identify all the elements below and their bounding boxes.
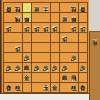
shogi-piece[interactable]: 歩 bbox=[33, 26, 39, 33]
board-cell[interactable] bbox=[13, 23, 22, 32]
board-cell[interactable]: 桂 bbox=[69, 3, 78, 12]
board-cell[interactable] bbox=[32, 83, 41, 92]
board-cell[interactable]: 王 bbox=[41, 3, 50, 12]
table-background bbox=[0, 94, 89, 100]
board-cell[interactable] bbox=[51, 3, 60, 12]
board-grid[interactable]: 香桂金王桂香飛銀金銀歩歩歩歩歩歩歩歩歩歩歩歩歩銀歩歩歩歩歩金銀飛香桂玉金桂香 bbox=[3, 2, 88, 93]
shogi-piece[interactable]: 歩 bbox=[71, 55, 77, 62]
shogi-piece[interactable]: 桂 bbox=[15, 85, 21, 92]
shogi-piece[interactable]: 歩 bbox=[52, 65, 58, 72]
board-cell[interactable]: 歩 bbox=[41, 23, 50, 32]
board-cell[interactable] bbox=[79, 43, 88, 52]
shogi-piece[interactable]: 王 bbox=[43, 6, 49, 13]
shogi-piece[interactable]: 歩 bbox=[15, 46, 21, 53]
board-cell[interactable]: 歩 bbox=[32, 63, 41, 72]
shogi-piece[interactable]: 歩 bbox=[61, 36, 67, 43]
board-cell[interactable]: 歩 bbox=[79, 63, 88, 72]
board-cell[interactable]: 歩 bbox=[69, 53, 78, 62]
board-cell[interactable] bbox=[23, 43, 32, 52]
board-cell[interactable] bbox=[32, 33, 41, 42]
board-cell[interactable]: 桂 bbox=[13, 3, 22, 12]
board-cell[interactable] bbox=[60, 53, 69, 62]
shogi-piece[interactable]: 銀 bbox=[61, 75, 67, 82]
board-cell[interactable] bbox=[23, 33, 32, 42]
shogi-piece[interactable]: 銀 bbox=[24, 16, 30, 23]
board-cell[interactable] bbox=[4, 33, 13, 42]
board-cell[interactable]: 銀 bbox=[69, 13, 78, 22]
board-cell[interactable]: 歩 bbox=[4, 23, 13, 32]
board-cell[interactable] bbox=[69, 33, 78, 42]
board-cell[interactable] bbox=[51, 13, 60, 22]
board-cell[interactable]: 金 bbox=[23, 73, 32, 82]
shogi-piece[interactable]: 桂 bbox=[15, 6, 21, 13]
shogi-piece[interactable]: 歩 bbox=[24, 55, 30, 62]
board-cell[interactable]: 銀 bbox=[23, 13, 32, 22]
board-cell[interactable] bbox=[79, 13, 88, 22]
board-cell[interactable]: 歩 bbox=[60, 63, 69, 72]
shogi-piece[interactable]: 歩 bbox=[24, 26, 30, 33]
shogi-piece[interactable]: 玉 bbox=[43, 85, 49, 92]
board-cell[interactable]: 歩 bbox=[32, 23, 41, 32]
shogi-piece[interactable]: 金 bbox=[24, 75, 30, 82]
board-cell[interactable]: 銀 bbox=[60, 73, 69, 82]
board-cell[interactable]: 香 bbox=[4, 3, 13, 12]
board-cell[interactable]: 歩 bbox=[51, 63, 60, 72]
board-cell[interactable] bbox=[79, 33, 88, 42]
board-cell[interactable] bbox=[41, 33, 50, 42]
shogi-piece[interactable]: 歩 bbox=[15, 65, 21, 72]
board-cell[interactable]: 歩 bbox=[23, 53, 32, 62]
board-cell[interactable]: 香 bbox=[79, 3, 88, 12]
board-cell[interactable] bbox=[51, 73, 60, 82]
shogi-piece[interactable]: 歩 bbox=[5, 26, 11, 33]
board-cell[interactable]: 飛 bbox=[13, 13, 22, 22]
board-cell[interactable] bbox=[32, 43, 41, 52]
board-cell[interactable]: 歩 bbox=[60, 33, 69, 42]
board-cell[interactable]: 桂 bbox=[13, 83, 22, 92]
board-cell[interactable]: 歩 bbox=[23, 23, 32, 32]
shogi-piece[interactable]: 歩 bbox=[61, 65, 67, 72]
board-cell[interactable]: 香 bbox=[4, 83, 13, 92]
board-cell[interactable] bbox=[13, 73, 22, 82]
shogi-piece[interactable]: 香 bbox=[5, 85, 11, 92]
board-cell[interactable]: 飛 bbox=[69, 73, 78, 82]
board-cell[interactable] bbox=[60, 3, 69, 12]
board-cell[interactable]: 金 bbox=[60, 13, 69, 22]
board-cell[interactable] bbox=[60, 83, 69, 92]
shogi-board: 香桂金王桂香飛銀金銀歩歩歩歩歩歩歩歩歩歩歩歩歩銀歩歩歩歩歩金銀飛香桂玉金桂香 bbox=[2, 0, 89, 94]
board-cell[interactable] bbox=[79, 73, 88, 82]
shogi-piece[interactable]: 桂 bbox=[71, 6, 77, 13]
board-cell[interactable]: 歩 bbox=[79, 23, 88, 32]
shogi-piece[interactable]: 銀 bbox=[24, 65, 30, 72]
board-cell[interactable]: 歩 bbox=[13, 63, 22, 72]
board-cell[interactable] bbox=[51, 33, 60, 42]
board-cell[interactable] bbox=[4, 73, 13, 82]
shogi-piece[interactable]: 金 bbox=[61, 16, 67, 23]
board-cell[interactable] bbox=[41, 53, 50, 62]
board-cell[interactable] bbox=[13, 33, 22, 42]
board-cell[interactable] bbox=[32, 53, 41, 62]
shogi-piece[interactable]: 飛 bbox=[15, 16, 21, 23]
hand-piece-bishop[interactable]: 角 bbox=[92, 39, 98, 46]
gote-hand-tray[interactable]: 角 bbox=[89, 31, 100, 100]
shogi-piece[interactable]: 歩 bbox=[80, 26, 86, 33]
shogi-app: 香桂金王桂香飛銀金銀歩歩歩歩歩歩歩歩歩歩歩歩歩銀歩歩歩歩歩金銀飛香桂玉金桂香 角 bbox=[0, 0, 100, 100]
board-cell[interactable]: 桂 bbox=[69, 83, 78, 92]
shogi-piece[interactable]: 香 bbox=[5, 6, 11, 13]
board-cell[interactable] bbox=[51, 43, 60, 52]
board-cell[interactable] bbox=[41, 73, 50, 82]
shogi-piece[interactable]: 歩 bbox=[71, 26, 77, 33]
shogi-piece[interactable]: 香 bbox=[80, 6, 86, 13]
shogi-piece[interactable]: 歩 bbox=[43, 26, 49, 33]
board-cell[interactable] bbox=[32, 13, 41, 22]
board-cell[interactable]: 銀 bbox=[23, 63, 32, 72]
shogi-piece[interactable]: 銀 bbox=[71, 16, 77, 23]
board-cell[interactable]: 金 bbox=[51, 83, 60, 92]
board-cell[interactable]: 歩 bbox=[13, 43, 22, 52]
board-cell[interactable]: 歩 bbox=[41, 63, 50, 72]
board-cell[interactable] bbox=[51, 53, 60, 62]
shogi-piece[interactable]: 歩 bbox=[5, 65, 11, 72]
board-cell[interactable] bbox=[13, 53, 22, 62]
board-cell[interactable] bbox=[41, 13, 50, 22]
shogi-piece[interactable]: 金 bbox=[33, 6, 39, 13]
shogi-piece[interactable]: 金 bbox=[52, 85, 58, 92]
board-cell[interactable] bbox=[69, 63, 78, 72]
shogi-piece[interactable]: 桂 bbox=[71, 85, 77, 92]
shogi-piece[interactable]: 歩 bbox=[52, 26, 58, 33]
board-cell[interactable] bbox=[69, 43, 78, 52]
board-cell[interactable]: 玉 bbox=[41, 83, 50, 92]
board-cell[interactable] bbox=[32, 73, 41, 82]
shogi-piece[interactable]: 香 bbox=[80, 85, 86, 92]
board-cell[interactable] bbox=[4, 53, 13, 62]
board-cell[interactable]: 歩 bbox=[69, 23, 78, 32]
board-cell[interactable]: 歩 bbox=[4, 63, 13, 72]
board-cell[interactable]: 金 bbox=[32, 3, 41, 12]
board-cell[interactable]: 歩 bbox=[51, 23, 60, 32]
board-cell[interactable] bbox=[60, 43, 69, 52]
board-cell[interactable] bbox=[4, 43, 13, 52]
shogi-piece[interactable]: 飛 bbox=[71, 75, 77, 82]
shogi-piece[interactable]: 歩 bbox=[80, 65, 86, 72]
board-cell[interactable] bbox=[23, 3, 32, 12]
board-cell[interactable]: 香 bbox=[79, 83, 88, 92]
board-cell[interactable] bbox=[60, 23, 69, 32]
shogi-piece[interactable]: 歩 bbox=[43, 65, 49, 72]
board-cell[interactable] bbox=[4, 13, 13, 22]
board-cell[interactable] bbox=[23, 83, 32, 92]
board-cell[interactable] bbox=[41, 43, 50, 52]
shogi-piece[interactable]: 歩 bbox=[33, 65, 39, 72]
board-cell[interactable] bbox=[79, 53, 88, 62]
